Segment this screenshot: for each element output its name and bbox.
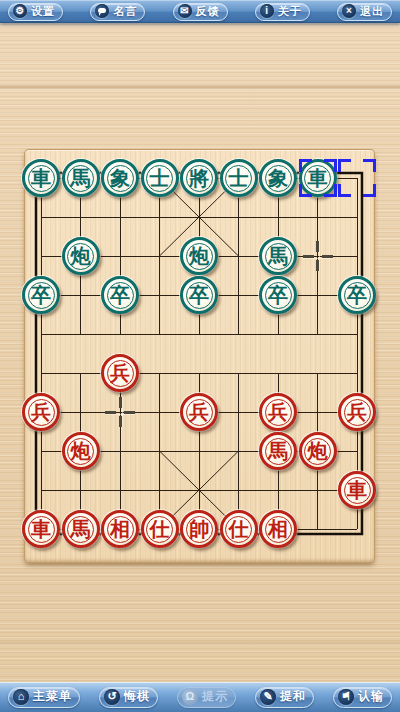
bottom-toolbar: ⌂ 主菜单 ↺ 悔棋 Ω 提示 ✎ 提和 ⚑ 认输 [0, 682, 400, 712]
about-label: 关于 [278, 4, 302, 19]
undo-icon: ↺ [104, 689, 120, 705]
quotes-button[interactable]: 名言 [90, 3, 145, 21]
resign-button[interactable]: ⚑ 认输 [333, 687, 392, 708]
info-icon: i [260, 4, 274, 18]
main-menu-label: 主菜单 [33, 688, 72, 705]
red-piece[interactable]: 相 [259, 510, 297, 548]
feedback-label: 反馈 [196, 4, 220, 19]
settings-label: 设置 [31, 4, 55, 19]
offer-draw-button[interactable]: ✎ 提和 [255, 687, 314, 708]
close-icon: × [342, 4, 356, 18]
home-icon: ⌂ [13, 689, 29, 705]
red-piece[interactable]: 兵 [101, 354, 139, 392]
black-piece[interactable]: 馬 [259, 237, 297, 275]
feedback-button[interactable]: ✉ 反馈 [173, 3, 228, 21]
red-piece[interactable]: 兵 [180, 393, 218, 431]
red-piece[interactable]: 相 [101, 510, 139, 548]
black-piece[interactable]: 炮 [62, 237, 100, 275]
black-piece[interactable]: 卒 [101, 276, 139, 314]
undo-move-label: 悔棋 [124, 688, 150, 705]
red-piece[interactable]: 兵 [338, 393, 376, 431]
wood-plank-seam [0, 640, 400, 646]
red-piece[interactable]: 仕 [220, 510, 258, 548]
red-piece[interactable]: 炮 [299, 432, 337, 470]
flag-icon: ⚑ [338, 689, 354, 705]
black-piece[interactable]: 馬 [62, 159, 100, 197]
red-piece[interactable]: 車 [338, 471, 376, 509]
black-piece[interactable]: 象 [259, 159, 297, 197]
black-piece[interactable]: 象 [101, 159, 139, 197]
red-piece[interactable]: 炮 [62, 432, 100, 470]
black-piece[interactable]: 士 [141, 159, 179, 197]
black-piece[interactable]: 士 [220, 159, 258, 197]
pencil-icon: ✎ [260, 689, 276, 705]
exit-label: 退出 [360, 4, 384, 19]
wood-plank-seam [0, 84, 400, 90]
red-piece[interactable]: 仕 [141, 510, 179, 548]
black-piece[interactable]: 卒 [180, 276, 218, 314]
board-grid-lines [25, 150, 374, 562]
hint-label: 提示 [202, 688, 228, 705]
black-piece[interactable]: 卒 [259, 276, 297, 314]
settings-button[interactable]: ⚙ 设置 [8, 3, 63, 21]
bell-icon: Ω [182, 689, 198, 705]
black-piece[interactable]: 卒 [338, 276, 376, 314]
speech-bubble-icon [95, 4, 109, 18]
top-toolbar: ⚙ 设置 名言 ✉ 反馈 i 关于 × 退出 [0, 0, 400, 23]
red-piece[interactable]: 兵 [22, 393, 60, 431]
black-piece[interactable]: 將 [180, 159, 218, 197]
gear-icon: ⚙ [13, 4, 27, 18]
resign-label: 认输 [358, 688, 384, 705]
black-piece[interactable]: 車 [299, 159, 337, 197]
envelope-icon: ✉ [178, 4, 192, 18]
offer-draw-label: 提和 [280, 688, 306, 705]
black-piece[interactable]: 炮 [180, 237, 218, 275]
black-piece[interactable]: 車 [22, 159, 60, 197]
about-button[interactable]: i 关于 [255, 3, 310, 21]
red-piece[interactable]: 車 [22, 510, 60, 548]
main-menu-button[interactable]: ⌂ 主菜单 [8, 687, 80, 708]
hint-button[interactable]: Ω 提示 [177, 687, 236, 708]
xiangqi-board[interactable]: 車馬象士將士象車炮炮馬卒卒卒卒卒兵兵兵兵兵炮馬炮車車馬相仕帥仕相 [25, 150, 374, 562]
exit-button[interactable]: × 退出 [337, 3, 392, 21]
red-piece[interactable]: 帥 [180, 510, 218, 548]
black-piece[interactable]: 卒 [22, 276, 60, 314]
undo-move-button[interactable]: ↺ 悔棋 [99, 687, 158, 708]
red-piece[interactable]: 馬 [259, 432, 297, 470]
red-piece[interactable]: 兵 [259, 393, 297, 431]
quotes-label: 名言 [113, 4, 137, 19]
red-piece[interactable]: 馬 [62, 510, 100, 548]
